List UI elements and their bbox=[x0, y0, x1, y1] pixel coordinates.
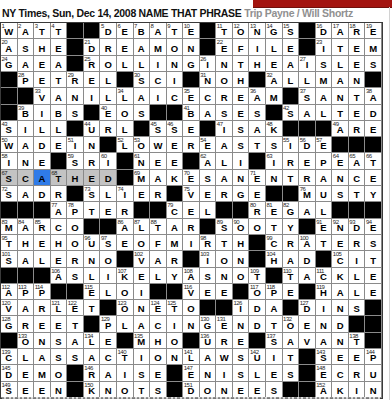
cell-r2c6[interactable]: 21D bbox=[84, 39, 101, 55]
cell-r2c7[interactable]: R bbox=[100, 39, 117, 55]
cell-r19c7[interactable]: 129P bbox=[100, 316, 117, 332]
cell-r4c5[interactable]: 29R bbox=[67, 72, 84, 88]
cell-r9c13[interactable]: 62A bbox=[200, 153, 217, 169]
cell-r9c5[interactable]: 59S bbox=[67, 153, 84, 169]
cell-r2c2[interactable]: S bbox=[18, 39, 35, 55]
cell-r17c23[interactable]: E bbox=[365, 284, 382, 300]
cell-r6c4[interactable]: B bbox=[51, 105, 68, 121]
cell-r1c18[interactable]: 15S bbox=[283, 23, 300, 39]
cell-r14c11[interactable]: M bbox=[167, 235, 184, 251]
cell-r17c17[interactable]: 118P bbox=[266, 284, 283, 300]
cell-r7c3[interactable]: L bbox=[34, 121, 51, 137]
cell-r20c17[interactable]: 137S bbox=[266, 333, 283, 349]
cell-r4c7[interactable]: L bbox=[100, 72, 117, 88]
cell-r22c3[interactable]: M bbox=[34, 365, 51, 381]
cell-r19c3[interactable]: E bbox=[34, 316, 51, 332]
cell-r7c21[interactable]: 49A bbox=[332, 121, 349, 137]
cell-r8c9[interactable]: 53O bbox=[134, 137, 151, 153]
cell-r23c7[interactable]: N bbox=[100, 382, 117, 398]
cell-r8c13[interactable]: 54E bbox=[200, 137, 217, 153]
cell-r9c2[interactable]: N bbox=[18, 153, 35, 169]
cell-r22c7[interactable]: A bbox=[100, 365, 117, 381]
cell-r22c15[interactable]: S bbox=[233, 365, 250, 381]
cell-r22c9[interactable]: S bbox=[134, 365, 151, 381]
cell-r8c16[interactable]: T bbox=[249, 137, 266, 153]
cell-r21c18[interactable]: T bbox=[283, 349, 300, 365]
cell-r23c14[interactable]: N bbox=[216, 382, 233, 398]
cell-r21c12[interactable]: 141L bbox=[183, 349, 200, 365]
cell-r9c9[interactable]: 61N bbox=[134, 153, 151, 169]
cell-r8c18[interactable]: 55I bbox=[283, 137, 300, 153]
cell-r12c11[interactable]: 79C bbox=[167, 202, 184, 218]
cell-r3c20[interactable]: S bbox=[316, 56, 333, 72]
cell-r14c18[interactable]: R bbox=[283, 235, 300, 251]
cell-r6c12[interactable]: 41B bbox=[183, 105, 200, 121]
cell-r1c3[interactable]: 3T bbox=[34, 23, 51, 39]
cell-r16c6[interactable]: L bbox=[84, 268, 101, 284]
cell-r5c10[interactable]: I bbox=[150, 88, 167, 104]
cell-r9c6[interactable]: R bbox=[84, 153, 101, 169]
cell-r13c14[interactable]: 89S bbox=[216, 219, 233, 235]
cell-r5c4[interactable]: A bbox=[51, 88, 68, 104]
cell-r7c10[interactable]: 45S bbox=[150, 121, 167, 137]
cell-r9c23[interactable]: 66T bbox=[365, 153, 382, 169]
cell-r2c9[interactable]: A bbox=[134, 39, 151, 55]
cell-r10c17[interactable]: N bbox=[266, 170, 283, 186]
cell-r19c4[interactable]: E bbox=[51, 316, 68, 332]
cell-r7c2[interactable]: I bbox=[18, 121, 35, 137]
cell-r9c18[interactable]: R bbox=[283, 153, 300, 169]
cell-r17c9[interactable]: I bbox=[134, 284, 151, 300]
cell-r5c3[interactable]: 33V bbox=[34, 88, 51, 104]
cell-r19c15[interactable]: N bbox=[233, 316, 250, 332]
cell-r3c4[interactable]: A bbox=[51, 56, 68, 72]
cell-r14c13[interactable]: 98R bbox=[200, 235, 217, 251]
cell-r14c7[interactable]: 97S bbox=[100, 235, 117, 251]
cell-r10c22[interactable]: C bbox=[349, 170, 366, 186]
cell-r18c8[interactable]: 123O bbox=[117, 300, 134, 316]
cell-r23c22[interactable]: I bbox=[349, 382, 366, 398]
cell-r8c12[interactable]: R bbox=[183, 137, 200, 153]
cell-r21c16[interactable]: 142U bbox=[249, 349, 266, 365]
cell-r14c1[interactable]: 95T bbox=[1, 235, 18, 251]
cell-r3c18[interactable]: A bbox=[283, 56, 300, 72]
cell-r19c19[interactable]: E bbox=[299, 316, 316, 332]
cell-r19c10[interactable]: C bbox=[150, 316, 167, 332]
cell-r21c1[interactable]: 139C bbox=[1, 349, 18, 365]
cell-r7c4[interactable]: L bbox=[51, 121, 68, 137]
cell-r22c2[interactable]: E bbox=[18, 365, 35, 381]
cell-r20c4[interactable]: S bbox=[51, 333, 68, 349]
cell-r11c14[interactable]: R bbox=[216, 186, 233, 202]
cell-r7c14[interactable]: 47I bbox=[216, 121, 233, 137]
cell-r3c13[interactable]: 26I bbox=[200, 56, 217, 72]
cell-r7c16[interactable]: A bbox=[249, 121, 266, 137]
cell-r3c11[interactable]: N bbox=[167, 56, 184, 72]
cell-r13c22[interactable]: 93D bbox=[349, 219, 366, 235]
cell-r4c13[interactable]: 31N bbox=[200, 72, 217, 88]
cell-r23c23[interactable]: N bbox=[365, 382, 382, 398]
cell-r9c3[interactable]: E bbox=[34, 153, 51, 169]
cell-r14c2[interactable]: H bbox=[18, 235, 35, 251]
cell-r19c11[interactable]: I bbox=[167, 316, 184, 332]
cell-r14c3[interactable]: E bbox=[34, 235, 51, 251]
cell-r4c6[interactable]: E bbox=[84, 72, 101, 88]
cell-r5c7[interactable]: L bbox=[100, 88, 117, 104]
cell-r4c20[interactable]: M bbox=[316, 72, 333, 88]
cell-r12c5[interactable]: 78P bbox=[67, 202, 84, 218]
cell-r2c16[interactable]: I bbox=[249, 39, 266, 55]
cell-r3c6[interactable]: 25R bbox=[84, 56, 101, 72]
cell-r10c18[interactable]: T bbox=[283, 170, 300, 186]
cell-r8c10[interactable]: W bbox=[150, 137, 167, 153]
cell-r15c9[interactable]: 102V bbox=[134, 251, 151, 267]
cell-r16c20[interactable]: 111C bbox=[316, 268, 333, 284]
cell-r8c2[interactable]: A bbox=[18, 137, 35, 153]
cell-r16c15[interactable]: O bbox=[233, 268, 250, 284]
cell-r13c17[interactable]: T bbox=[266, 219, 283, 235]
cell-r19c5[interactable]: T bbox=[67, 316, 84, 332]
cell-r16c18[interactable]: 110T bbox=[283, 268, 300, 284]
cell-r6c20[interactable]: L bbox=[316, 105, 333, 121]
cell-r10c15[interactable]: N bbox=[233, 170, 250, 186]
cell-r2c10[interactable]: M bbox=[150, 39, 167, 55]
cell-r11c3[interactable]: D bbox=[34, 186, 51, 202]
cell-r6c3[interactable]: I bbox=[34, 105, 51, 121]
cell-r22c1[interactable]: 145D bbox=[1, 365, 18, 381]
cell-r3c9[interactable]: L bbox=[134, 56, 151, 72]
cell-r11c12[interactable]: 75V bbox=[183, 186, 200, 202]
cell-r5c16[interactable]: 36A bbox=[249, 88, 266, 104]
cell-r1c2[interactable]: 2A bbox=[18, 23, 35, 39]
cell-r8c11[interactable]: E bbox=[167, 137, 184, 153]
cell-r20c2[interactable]: 133O bbox=[18, 333, 35, 349]
cell-r6c8[interactable]: O bbox=[117, 105, 134, 121]
cell-r16c14[interactable]: N bbox=[216, 268, 233, 284]
cell-r3c7[interactable]: O bbox=[100, 56, 117, 72]
cell-r17c14[interactable]: E bbox=[216, 284, 233, 300]
cell-r9c20[interactable]: P bbox=[316, 153, 333, 169]
cell-r20c22[interactable]: 138T bbox=[349, 333, 366, 349]
cell-r15c17[interactable]: 104H bbox=[266, 251, 283, 267]
cell-r23c20[interactable]: 152A bbox=[316, 382, 333, 398]
cell-r13c10[interactable]: 88T bbox=[150, 219, 167, 235]
cell-r3c3[interactable]: E bbox=[34, 56, 51, 72]
cell-r21c10[interactable]: O bbox=[150, 349, 167, 365]
cell-r3c22[interactable]: E bbox=[349, 56, 366, 72]
cell-r22c17[interactable]: E bbox=[266, 365, 283, 381]
cell-r3c12[interactable]: G bbox=[183, 56, 200, 72]
cell-r6c22[interactable]: E bbox=[349, 105, 366, 121]
cell-r15c11[interactable]: R bbox=[167, 251, 184, 267]
cell-r7c15[interactable]: S bbox=[233, 121, 250, 137]
cell-r22c22[interactable]: R bbox=[349, 365, 366, 381]
cell-r23c16[interactable]: E bbox=[249, 382, 266, 398]
cell-r2c11[interactable]: O bbox=[167, 39, 184, 55]
cell-r22c21[interactable]: C bbox=[332, 365, 349, 381]
cell-r7c12[interactable]: E bbox=[183, 121, 200, 137]
cell-r19c2[interactable]: R bbox=[18, 316, 35, 332]
cell-r2c15[interactable]: F bbox=[233, 39, 250, 55]
cell-r6c2[interactable]: 39B bbox=[18, 105, 35, 121]
cell-r7c22[interactable]: R bbox=[349, 121, 366, 137]
cell-r9c11[interactable]: E bbox=[167, 153, 184, 169]
cell-r17c22[interactable]: L bbox=[349, 284, 366, 300]
cell-r14c9[interactable]: O bbox=[134, 235, 151, 251]
cell-r15c3[interactable]: L bbox=[34, 251, 51, 267]
cell-r9c10[interactable]: E bbox=[150, 153, 167, 169]
cell-r5c21[interactable]: N bbox=[332, 88, 349, 104]
cell-r20c10[interactable]: H bbox=[150, 333, 167, 349]
cell-r16c12[interactable]: 108A bbox=[183, 268, 200, 284]
cell-r4c22[interactable]: N bbox=[349, 72, 366, 88]
cell-r8c1[interactable]: 50W bbox=[1, 137, 18, 153]
cell-r17c18[interactable]: E bbox=[283, 284, 300, 300]
cell-r9c15[interactable]: I bbox=[233, 153, 250, 169]
cell-r8c14[interactable]: A bbox=[216, 137, 233, 153]
cell-r12c16[interactable]: 80R bbox=[249, 202, 266, 218]
cell-r22c6[interactable]: 146R bbox=[84, 365, 101, 381]
cell-r23c10[interactable]: S bbox=[150, 382, 167, 398]
cell-r23c3[interactable]: E bbox=[34, 382, 51, 398]
cell-r13c5[interactable]: O bbox=[67, 219, 84, 235]
cell-r18c4[interactable]: 121L bbox=[51, 300, 68, 316]
cell-r6c15[interactable]: E bbox=[233, 105, 250, 121]
cell-r7c8[interactable]: L bbox=[117, 121, 134, 137]
cell-r4c9[interactable]: 30S bbox=[134, 72, 151, 88]
cell-r23c8[interactable]: O bbox=[117, 382, 134, 398]
cell-r18c3[interactable]: R bbox=[34, 300, 51, 316]
crossword-grid[interactable]: 1W2A3T4T5D6E7B8A9T10E11T12O13N14G15S16D1… bbox=[0, 22, 383, 399]
cell-r15c7[interactable]: O bbox=[100, 251, 117, 267]
cell-r1c12[interactable]: 10E bbox=[183, 23, 200, 39]
cell-r17c6[interactable]: 115E bbox=[84, 284, 101, 300]
cell-r3c8[interactable]: L bbox=[117, 56, 134, 72]
cell-r13c21[interactable]: 92N bbox=[332, 219, 349, 235]
cell-r2c1[interactable]: 20A bbox=[1, 39, 18, 55]
cell-r15c10[interactable]: A bbox=[150, 251, 167, 267]
cell-r21c7[interactable]: C bbox=[100, 349, 117, 365]
cell-r13c9[interactable]: 87L bbox=[134, 219, 151, 235]
cell-r20c19[interactable]: V bbox=[299, 333, 316, 349]
cell-r3c21[interactable]: L bbox=[332, 56, 349, 72]
cell-r8c20[interactable]: 57E bbox=[316, 137, 333, 153]
cell-r12c8[interactable]: R bbox=[117, 202, 134, 218]
cell-r14c8[interactable]: E bbox=[117, 235, 134, 251]
cell-r10c16[interactable]: 71E bbox=[249, 170, 266, 186]
cell-r18c2[interactable]: A bbox=[18, 300, 35, 316]
cell-r3c16[interactable]: H bbox=[249, 56, 266, 72]
cell-r18c17[interactable]: A bbox=[266, 300, 283, 316]
cell-r17c21[interactable]: A bbox=[332, 284, 349, 300]
cell-r9c14[interactable]: L bbox=[216, 153, 233, 169]
cell-r1c15[interactable]: 12O bbox=[233, 23, 250, 39]
cell-r4c4[interactable]: T bbox=[51, 72, 68, 88]
cell-r20c3[interactable]: N bbox=[34, 333, 51, 349]
cell-r14c10[interactable]: F bbox=[150, 235, 167, 251]
cell-r20c18[interactable]: A bbox=[283, 333, 300, 349]
cell-r8c3[interactable]: D bbox=[34, 137, 51, 153]
cell-r18c16[interactable]: D bbox=[249, 300, 266, 316]
cell-r20c9[interactable]: 135M bbox=[134, 333, 151, 349]
cell-r2c20[interactable]: 23I bbox=[316, 39, 333, 55]
cell-r6c18[interactable]: 42S bbox=[283, 105, 300, 121]
cell-r23c13[interactable]: O bbox=[200, 382, 217, 398]
cell-r7c17[interactable]: 48K bbox=[266, 121, 283, 137]
cell-r11c13[interactable]: E bbox=[200, 186, 217, 202]
cell-r11c15[interactable]: G bbox=[233, 186, 250, 202]
cell-r5c5[interactable]: N bbox=[67, 88, 84, 104]
cell-r22c23[interactable]: U bbox=[365, 365, 382, 381]
cell-r5c6[interactable]: I bbox=[84, 88, 101, 104]
cell-r10c12[interactable]: 70E bbox=[183, 170, 200, 186]
cell-r9c22[interactable]: 65A bbox=[349, 153, 366, 169]
cell-r19c8[interactable]: L bbox=[117, 316, 134, 332]
cell-r9c19[interactable]: E bbox=[299, 153, 316, 169]
cell-r21c4[interactable]: S bbox=[51, 349, 68, 365]
cell-r2c22[interactable]: E bbox=[349, 39, 366, 55]
cell-r19c21[interactable]: D bbox=[332, 316, 349, 332]
cell-r15c13[interactable]: 103I bbox=[200, 251, 217, 267]
cell-r23c17[interactable]: S bbox=[266, 382, 283, 398]
cell-r21c15[interactable]: S bbox=[233, 349, 250, 365]
cell-r6c23[interactable]: D bbox=[365, 105, 382, 121]
cell-r11c20[interactable]: U bbox=[316, 186, 333, 202]
cell-r18c6[interactable]: T bbox=[84, 300, 101, 316]
cell-r21c17[interactable]: I bbox=[266, 349, 283, 365]
cell-r16c4[interactable]: 106A bbox=[51, 268, 68, 284]
cell-r1c20[interactable]: 16D bbox=[316, 23, 333, 39]
cell-r16c5[interactable]: S bbox=[67, 268, 84, 284]
cell-r3c17[interactable]: E bbox=[266, 56, 283, 72]
cell-r16c9[interactable]: E bbox=[134, 268, 151, 284]
cell-r17c8[interactable]: O bbox=[117, 284, 134, 300]
cell-r19c1[interactable]: 128G bbox=[1, 316, 18, 332]
cell-r16c16[interactable]: 109T bbox=[249, 268, 266, 284]
cell-r21c21[interactable]: E bbox=[332, 349, 349, 365]
cell-r20c20[interactable]: A bbox=[316, 333, 333, 349]
cell-r21c9[interactable]: I bbox=[134, 349, 151, 365]
cell-r5c15[interactable]: E bbox=[233, 88, 250, 104]
cell-r5c17[interactable]: M bbox=[266, 88, 283, 104]
cell-r10c20[interactable]: A bbox=[316, 170, 333, 186]
cell-r2c18[interactable]: E bbox=[283, 39, 300, 55]
cell-r13c2[interactable]: 84A bbox=[18, 219, 35, 235]
cell-r15c5[interactable]: R bbox=[67, 251, 84, 267]
cell-r16c11[interactable]: Y bbox=[167, 268, 184, 284]
cell-r5c11[interactable]: C bbox=[167, 88, 184, 104]
cell-r1c11[interactable]: 9T bbox=[167, 23, 184, 39]
cell-r8c19[interactable]: 56D bbox=[299, 137, 316, 153]
cell-r10c6[interactable]: E bbox=[84, 170, 101, 186]
cell-r18c20[interactable]: I bbox=[316, 300, 333, 316]
cell-r16c7[interactable]: I bbox=[100, 268, 117, 284]
cell-r5c12[interactable]: 35E bbox=[183, 88, 200, 104]
cell-r8c17[interactable]: S bbox=[266, 137, 283, 153]
cell-r14c15[interactable]: H bbox=[233, 235, 250, 251]
cell-r6c16[interactable]: S bbox=[249, 105, 266, 121]
cell-r10c11[interactable]: K bbox=[167, 170, 184, 186]
cell-r21c23[interactable]: 144P bbox=[365, 349, 382, 365]
cell-r15c14[interactable]: O bbox=[216, 251, 233, 267]
cell-r18c21[interactable]: N bbox=[332, 300, 349, 316]
cell-r22c10[interactable]: E bbox=[150, 365, 167, 381]
cell-r20c5[interactable]: A bbox=[67, 333, 84, 349]
cell-r4c19[interactable]: L bbox=[299, 72, 316, 88]
cell-r15c21[interactable]: 105C bbox=[332, 251, 349, 267]
cell-r1c22[interactable]: 18R bbox=[349, 23, 366, 39]
cell-r2c4[interactable]: E bbox=[51, 39, 68, 55]
cell-r14c4[interactable]: H bbox=[51, 235, 68, 251]
cell-r5c20[interactable]: A bbox=[316, 88, 333, 104]
cell-r10c23[interactable]: E bbox=[365, 170, 382, 186]
cell-r6c7[interactable]: 40E bbox=[100, 105, 117, 121]
cell-r22c4[interactable]: O bbox=[51, 365, 68, 381]
cell-r18c5[interactable]: 122E bbox=[67, 300, 84, 316]
cell-r22c20[interactable]: 148E bbox=[316, 365, 333, 381]
cell-r5c14[interactable]: R bbox=[216, 88, 233, 104]
cell-r11c1[interactable]: 72S bbox=[1, 186, 18, 202]
cell-r18c22[interactable]: S bbox=[349, 300, 366, 316]
cell-r1c7[interactable]: 5D bbox=[100, 23, 117, 39]
cell-r13c12[interactable]: R bbox=[183, 219, 200, 235]
cell-r9c7[interactable]: 60I bbox=[100, 153, 117, 169]
cell-r19c9[interactable]: A bbox=[134, 316, 151, 332]
cell-r13c20[interactable]: 91E bbox=[316, 219, 333, 235]
cell-r22c13[interactable]: N bbox=[200, 365, 217, 381]
cell-r9c21[interactable]: 64E bbox=[332, 153, 349, 169]
cell-r13c16[interactable]: O bbox=[249, 219, 266, 235]
cell-r10c2[interactable]: C bbox=[18, 170, 35, 186]
cell-r6c21[interactable]: T bbox=[332, 105, 349, 121]
cell-r23c15[interactable]: E bbox=[233, 382, 250, 398]
cell-r13c4[interactable]: C bbox=[51, 219, 68, 235]
cell-r8c15[interactable]: S bbox=[233, 137, 250, 153]
cell-r9c17[interactable]: 63I bbox=[266, 153, 283, 169]
cell-r21c3[interactable]: A bbox=[34, 349, 51, 365]
cell-r17c12[interactable]: 116V bbox=[183, 284, 200, 300]
cell-r14c17[interactable]: 99C bbox=[266, 235, 283, 251]
cell-r8c6[interactable]: N bbox=[84, 137, 101, 153]
cell-r10c14[interactable]: A bbox=[216, 170, 233, 186]
cell-r20c11[interactable]: O bbox=[167, 333, 184, 349]
cell-r17c3[interactable]: 114P bbox=[34, 284, 51, 300]
cell-r19c17[interactable]: T bbox=[266, 316, 283, 332]
cell-r20c7[interactable]: E bbox=[100, 333, 117, 349]
cell-r12c13[interactable]: L bbox=[200, 202, 217, 218]
cell-r9c1[interactable]: 58I bbox=[1, 153, 18, 169]
cell-r6c9[interactable]: S bbox=[134, 105, 151, 121]
cell-r20c21[interactable]: N bbox=[332, 333, 349, 349]
cell-r5c8[interactable]: 34L bbox=[117, 88, 134, 104]
cell-r4c18[interactable]: L bbox=[283, 72, 300, 88]
cell-r15c1[interactable]: 101S bbox=[1, 251, 18, 267]
cell-r13c8[interactable]: 86A bbox=[117, 219, 134, 235]
cell-r4c3[interactable]: E bbox=[34, 72, 51, 88]
cell-r20c14[interactable]: R bbox=[216, 333, 233, 349]
cell-r18c12[interactable]: O bbox=[183, 300, 200, 316]
cell-r15c4[interactable]: E bbox=[51, 251, 68, 267]
cell-r13c3[interactable]: 85R bbox=[34, 219, 51, 235]
cell-r8c5[interactable]: 51I bbox=[67, 137, 84, 153]
cell-r14c6[interactable]: 96U bbox=[84, 235, 101, 251]
cell-r22c12[interactable]: 147E bbox=[183, 365, 200, 381]
cell-r17c20[interactable]: 119H bbox=[316, 284, 333, 300]
cell-r1c10[interactable]: 8A bbox=[150, 23, 167, 39]
cell-r18c1[interactable]: 120V bbox=[1, 300, 18, 316]
cell-r19c16[interactable]: D bbox=[249, 316, 266, 332]
cell-r6c5[interactable]: S bbox=[67, 105, 84, 121]
